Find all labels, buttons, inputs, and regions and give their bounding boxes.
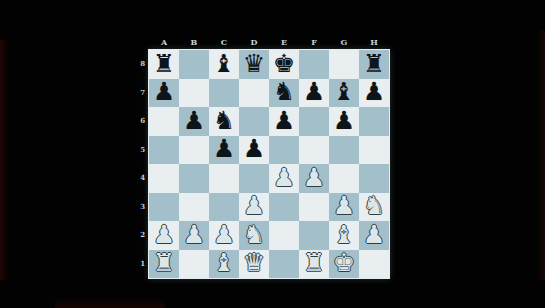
file-labels: ABCDEFGH bbox=[149, 37, 389, 48]
right-edge-artifact bbox=[537, 30, 545, 280]
square-e3[interactable] bbox=[269, 193, 299, 222]
square-e1[interactable] bbox=[269, 250, 299, 279]
white-king: ♚ bbox=[333, 250, 355, 275]
square-h4[interactable] bbox=[359, 164, 389, 193]
white-pawn: ♟ bbox=[363, 222, 385, 247]
white-bishop: ♝ bbox=[333, 222, 355, 247]
black-bishop: ♝ bbox=[333, 79, 355, 104]
square-b4[interactable] bbox=[179, 164, 209, 193]
chess-board: ♜♝♛♚♜♟♞♟♝♟♟♞♟♟♟♟♟♟♟♟♞♟♟♟♞♝♟♜♝♛♜♚ bbox=[148, 49, 390, 279]
square-a2[interactable]: ♟ bbox=[149, 221, 179, 250]
rank-label-1: 1 bbox=[133, 250, 145, 279]
rank-label-8: 8 bbox=[133, 50, 145, 79]
file-label-d: D bbox=[239, 37, 269, 48]
square-h2[interactable]: ♟ bbox=[359, 221, 389, 250]
black-pawn: ♟ bbox=[243, 136, 265, 161]
rank-label-5: 5 bbox=[133, 136, 145, 165]
white-pawn: ♟ bbox=[183, 222, 205, 247]
square-c5[interactable]: ♟ bbox=[209, 136, 239, 165]
square-c8[interactable]: ♝ bbox=[209, 50, 239, 79]
rank-labels: 87654321 bbox=[133, 50, 145, 278]
square-b1[interactable] bbox=[179, 250, 209, 279]
square-f8[interactable] bbox=[299, 50, 329, 79]
square-c7[interactable] bbox=[209, 79, 239, 108]
file-label-f: F bbox=[299, 37, 329, 48]
square-a1[interactable]: ♜ bbox=[149, 250, 179, 279]
rank-label-7: 7 bbox=[133, 79, 145, 108]
black-pawn: ♟ bbox=[303, 79, 325, 104]
white-pawn: ♟ bbox=[303, 165, 325, 190]
square-e5[interactable] bbox=[269, 136, 299, 165]
square-a5[interactable] bbox=[149, 136, 179, 165]
square-g6[interactable]: ♟ bbox=[329, 107, 359, 136]
square-g2[interactable]: ♝ bbox=[329, 221, 359, 250]
square-a6[interactable] bbox=[149, 107, 179, 136]
rank-label-3: 3 bbox=[133, 193, 145, 222]
square-f5[interactable] bbox=[299, 136, 329, 165]
file-label-b: B bbox=[179, 37, 209, 48]
square-g5[interactable] bbox=[329, 136, 359, 165]
white-rook: ♜ bbox=[153, 250, 175, 275]
square-c1[interactable]: ♝ bbox=[209, 250, 239, 279]
square-a4[interactable] bbox=[149, 164, 179, 193]
white-pawn: ♟ bbox=[333, 193, 355, 218]
square-h8[interactable]: ♜ bbox=[359, 50, 389, 79]
black-pawn: ♟ bbox=[183, 108, 205, 133]
black-rook: ♜ bbox=[153, 51, 175, 76]
square-b7[interactable] bbox=[179, 79, 209, 108]
square-d7[interactable] bbox=[239, 79, 269, 108]
square-f7[interactable]: ♟ bbox=[299, 79, 329, 108]
square-b8[interactable] bbox=[179, 50, 209, 79]
square-b5[interactable] bbox=[179, 136, 209, 165]
square-d3[interactable]: ♟ bbox=[239, 193, 269, 222]
square-a7[interactable]: ♟ bbox=[149, 79, 179, 108]
square-d4[interactable] bbox=[239, 164, 269, 193]
square-c4[interactable] bbox=[209, 164, 239, 193]
square-g8[interactable] bbox=[329, 50, 359, 79]
bottom-edge-artifact bbox=[55, 298, 165, 308]
black-pawn: ♟ bbox=[273, 108, 295, 133]
square-d5[interactable]: ♟ bbox=[239, 136, 269, 165]
square-c6[interactable]: ♞ bbox=[209, 107, 239, 136]
square-d8[interactable]: ♛ bbox=[239, 50, 269, 79]
file-label-a: A bbox=[149, 37, 179, 48]
square-e2[interactable] bbox=[269, 221, 299, 250]
square-d1[interactable]: ♛ bbox=[239, 250, 269, 279]
square-h6[interactable] bbox=[359, 107, 389, 136]
square-c3[interactable] bbox=[209, 193, 239, 222]
square-a8[interactable]: ♜ bbox=[149, 50, 179, 79]
file-label-c: C bbox=[209, 37, 239, 48]
square-e4[interactable]: ♟ bbox=[269, 164, 299, 193]
black-king: ♚ bbox=[273, 51, 295, 76]
file-label-g: G bbox=[329, 37, 359, 48]
square-b6[interactable]: ♟ bbox=[179, 107, 209, 136]
black-pawn: ♟ bbox=[333, 108, 355, 133]
square-h1[interactable] bbox=[359, 250, 389, 279]
square-d2[interactable]: ♞ bbox=[239, 221, 269, 250]
square-e8[interactable]: ♚ bbox=[269, 50, 299, 79]
rank-label-2: 2 bbox=[133, 221, 145, 250]
square-b3[interactable] bbox=[179, 193, 209, 222]
white-pawn: ♟ bbox=[153, 222, 175, 247]
file-label-e: E bbox=[269, 37, 299, 48]
square-g3[interactable]: ♟ bbox=[329, 193, 359, 222]
square-h5[interactable] bbox=[359, 136, 389, 165]
square-f6[interactable] bbox=[299, 107, 329, 136]
square-h3[interactable]: ♞ bbox=[359, 193, 389, 222]
square-f3[interactable] bbox=[299, 193, 329, 222]
white-bishop: ♝ bbox=[213, 250, 235, 275]
black-queen: ♛ bbox=[243, 51, 265, 76]
video-frame: ABCDEFGH 87654321 ♜♝♛♚♜♟♞♟♝♟♟♞♟♟♟♟♟♟♟♟♞♟… bbox=[0, 0, 545, 308]
black-pawn: ♟ bbox=[213, 136, 235, 161]
square-g4[interactable] bbox=[329, 164, 359, 193]
black-bishop: ♝ bbox=[213, 51, 235, 76]
square-g1[interactable]: ♚ bbox=[329, 250, 359, 279]
square-e7[interactable]: ♞ bbox=[269, 79, 299, 108]
square-b2[interactable]: ♟ bbox=[179, 221, 209, 250]
white-knight: ♞ bbox=[363, 193, 385, 218]
black-pawn: ♟ bbox=[363, 79, 385, 104]
square-f2[interactable] bbox=[299, 221, 329, 250]
black-knight: ♞ bbox=[213, 108, 235, 133]
square-f4[interactable]: ♟ bbox=[299, 164, 329, 193]
black-knight: ♞ bbox=[273, 79, 295, 104]
left-edge-artifact bbox=[0, 40, 9, 280]
square-f1[interactable]: ♜ bbox=[299, 250, 329, 279]
square-d6[interactable] bbox=[239, 107, 269, 136]
white-pawn: ♟ bbox=[243, 193, 265, 218]
rank-label-6: 6 bbox=[133, 107, 145, 136]
white-queen: ♛ bbox=[243, 250, 265, 275]
black-pawn: ♟ bbox=[153, 79, 175, 104]
square-g7[interactable]: ♝ bbox=[329, 79, 359, 108]
black-rook: ♜ bbox=[363, 51, 385, 76]
white-rook: ♜ bbox=[303, 250, 325, 275]
file-label-h: H bbox=[359, 37, 389, 48]
square-c2[interactable]: ♟ bbox=[209, 221, 239, 250]
white-knight: ♞ bbox=[243, 222, 265, 247]
white-pawn: ♟ bbox=[213, 222, 235, 247]
white-pawn: ♟ bbox=[273, 165, 295, 190]
rank-label-4: 4 bbox=[133, 164, 145, 193]
square-h7[interactable]: ♟ bbox=[359, 79, 389, 108]
square-a3[interactable] bbox=[149, 193, 179, 222]
square-e6[interactable]: ♟ bbox=[269, 107, 299, 136]
